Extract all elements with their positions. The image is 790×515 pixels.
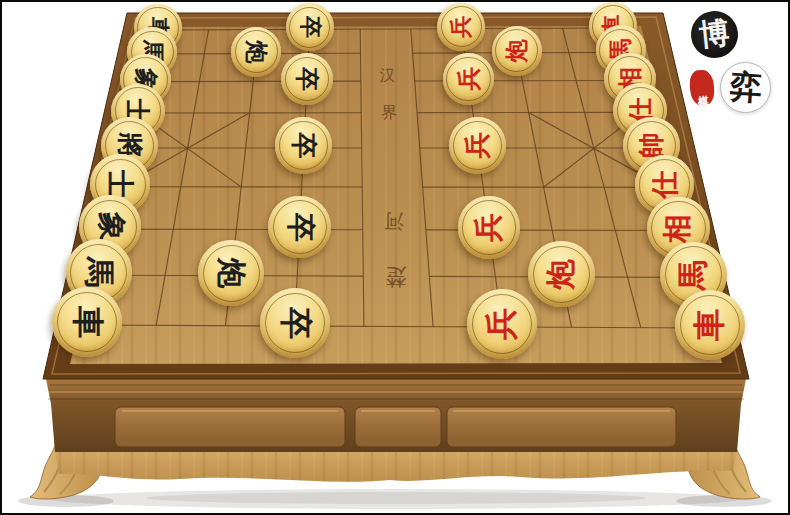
piece-black-soldier[interactable]: 卒 [281,53,333,105]
logo-circle-bo: 博 [689,9,741,61]
logo-seal: 棋具 [689,69,715,106]
piece-character: 兵 [449,117,506,174]
piece-character: 兵 [467,289,537,359]
piece-character: 卒 [275,117,332,174]
piece-black-soldier[interactable]: 卒 [268,196,331,259]
piece-black-cannon[interactable]: 炮 [198,240,264,306]
piece-character: 兵 [458,196,521,259]
piece-character: 兵 [437,3,485,51]
piece-character: 兵 [443,53,495,105]
brand-logo: 博 棋具 弈 [686,8,786,123]
logo-char-bo: 博 [697,13,731,57]
piece-red-soldier[interactable]: 兵 [443,53,495,105]
logo-char-yi: 弈 [728,64,763,110]
piece-character: 卒 [281,53,333,105]
piece-black-soldier[interactable]: 卒 [275,117,332,174]
product-photo-scene: 汉界河楚 車馬象士將士象馬車炮炮卒卒卒卒卒兵兵兵兵兵炮炮車馬相仕帥仕相馬車 博 … [0,0,790,515]
logo-circle-yi: 弈 [720,62,771,113]
piece-black-soldier[interactable]: 卒 [260,288,330,358]
piece-red-soldier[interactable]: 兵 [437,3,485,51]
piece-character: 炮 [528,241,594,307]
pieces-layer: 車馬象士將士象馬車炮炮卒卒卒卒卒兵兵兵兵兵炮炮車馬相仕帥仕相馬車 [0,0,790,515]
piece-character: 車 [675,290,745,360]
piece-red-chariot[interactable]: 車 [675,290,745,360]
piece-character: 卒 [286,3,334,51]
piece-black-soldier[interactable]: 卒 [286,3,334,51]
piece-red-soldier[interactable]: 兵 [449,117,506,174]
piece-character: 卒 [260,288,330,358]
piece-character: 卒 [268,196,331,259]
piece-character: 車 [52,287,122,357]
piece-character: 炮 [231,27,281,77]
piece-character: 炮 [492,26,542,76]
piece-red-soldier[interactable]: 兵 [467,289,537,359]
piece-black-chariot[interactable]: 車 [52,287,122,357]
piece-black-cannon[interactable]: 炮 [231,27,281,77]
piece-red-soldier[interactable]: 兵 [458,196,521,259]
piece-character: 炮 [198,240,264,306]
piece-red-cannon[interactable]: 炮 [528,241,594,307]
piece-red-cannon[interactable]: 炮 [492,26,542,76]
logo-seal-text: 棋具 [696,86,707,91]
